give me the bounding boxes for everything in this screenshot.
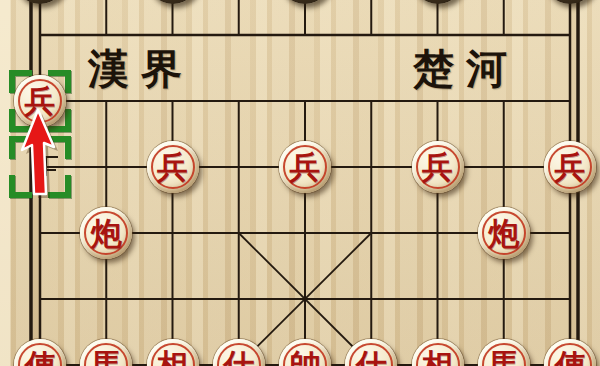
xiangqi-board: 漢界 楚河 兵兵兵兵兵炮炮俥馬相仕帥仕相馬俥卒卒卒卒卒	[0, 0, 600, 366]
move-arrow	[0, 0, 600, 366]
